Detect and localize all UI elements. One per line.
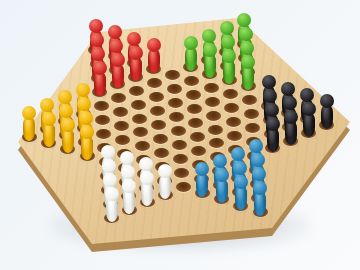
peg-head	[122, 179, 136, 193]
board-hole[interactable]	[172, 140, 187, 150]
peg-body	[235, 186, 247, 210]
board-hole[interactable]	[154, 148, 169, 158]
board-hole[interactable]	[147, 78, 162, 88]
peg-head	[231, 147, 245, 161]
board-hole[interactable]	[191, 146, 206, 156]
board-hole[interactable]	[115, 135, 130, 145]
peg-head	[203, 43, 217, 57]
photo-background	[0, 0, 360, 270]
board-hole[interactable]	[208, 125, 223, 135]
peg-head	[121, 165, 135, 179]
peg-red[interactable]	[110, 53, 126, 88]
board-hole[interactable]	[223, 89, 238, 99]
board-hole[interactable]	[168, 98, 183, 108]
peg-body	[94, 72, 106, 96]
peg-head	[249, 139, 263, 153]
peg-blue[interactable]	[252, 181, 268, 216]
board-hole[interactable]	[114, 121, 129, 131]
peg-yellow[interactable]	[60, 118, 76, 153]
peg-body	[303, 113, 315, 137]
peg-head	[320, 94, 334, 108]
peg-head	[220, 21, 234, 35]
board-hole[interactable]	[176, 182, 191, 192]
peg-head	[103, 173, 117, 187]
peg-head	[147, 38, 161, 52]
peg-body	[204, 54, 216, 78]
peg-head	[215, 168, 229, 182]
peg-head	[158, 164, 172, 178]
peg-head	[253, 181, 267, 195]
board-hole[interactable]	[204, 83, 219, 93]
peg-body	[62, 129, 74, 153]
board-hole[interactable]	[206, 111, 221, 121]
peg-head	[302, 102, 316, 116]
peg-blue[interactable]	[233, 175, 249, 210]
peg-yellow[interactable]	[21, 106, 37, 141]
peg-head	[22, 106, 36, 120]
board-hole[interactable]	[169, 112, 184, 122]
peg-body	[43, 123, 55, 147]
peg-head	[59, 104, 73, 118]
peg-green[interactable]	[240, 55, 256, 90]
peg-head	[93, 61, 107, 75]
peg-head	[102, 159, 116, 173]
peg-head	[251, 153, 265, 167]
peg-head	[284, 110, 298, 124]
peg-head	[127, 32, 141, 46]
board-hole[interactable]	[186, 90, 201, 100]
peg-head	[233, 161, 247, 175]
board-hole[interactable]	[149, 92, 164, 102]
peg-white[interactable]	[157, 164, 173, 199]
peg-head	[263, 89, 277, 103]
board-hole[interactable]	[188, 118, 203, 128]
board-hole[interactable]	[171, 126, 186, 136]
peg-body	[148, 49, 160, 73]
peg-body	[112, 64, 124, 88]
peg-body	[130, 57, 142, 81]
board-hole[interactable]	[150, 106, 165, 116]
peg-head	[89, 19, 103, 33]
board-hole[interactable]	[173, 154, 188, 164]
peg-head	[240, 41, 254, 55]
peg-body	[196, 173, 208, 197]
peg-head	[91, 47, 105, 61]
peg-head	[101, 145, 115, 159]
peg-black[interactable]	[319, 94, 335, 129]
board-hole[interactable]	[226, 117, 241, 127]
peg-head	[90, 33, 104, 47]
peg-green[interactable]	[221, 49, 237, 84]
board-hole[interactable]	[205, 97, 220, 107]
board-hole[interactable]	[190, 132, 205, 142]
peg-white[interactable]	[121, 179, 137, 214]
board-cells	[0, 0, 360, 270]
peg-head	[61, 118, 75, 132]
peg-head	[234, 175, 248, 189]
peg-body	[285, 121, 297, 145]
peg-head	[108, 25, 122, 39]
board-hole[interactable]	[94, 101, 109, 111]
board-hole[interactable]	[187, 104, 202, 114]
peg-yellow[interactable]	[79, 125, 95, 160]
peg-body	[123, 190, 135, 214]
peg-body	[254, 192, 266, 216]
peg-head	[120, 151, 134, 165]
peg-body	[321, 105, 333, 129]
board-hole[interactable]	[151, 120, 166, 130]
peg-body	[159, 175, 171, 199]
peg-body	[223, 60, 235, 84]
peg-head	[76, 83, 90, 97]
peg-body	[216, 179, 228, 203]
board-hole[interactable]	[95, 115, 110, 125]
peg-head	[252, 167, 266, 181]
peg-black[interactable]	[265, 117, 281, 152]
peg-red[interactable]	[92, 61, 108, 96]
peg-head	[42, 112, 56, 126]
board-hole[interactable]	[224, 103, 239, 113]
peg-head	[58, 90, 72, 104]
board-hole[interactable]	[209, 138, 224, 148]
peg-head	[79, 111, 93, 125]
peg-head	[80, 125, 94, 139]
peg-body	[81, 136, 93, 160]
peg-body	[23, 117, 35, 141]
peg-head	[239, 27, 253, 41]
board-hole[interactable]	[111, 93, 126, 103]
peg-head	[262, 75, 276, 89]
peg-head	[129, 46, 143, 60]
peg-head	[111, 53, 125, 67]
peg-head	[265, 103, 279, 117]
peg-blue[interactable]	[214, 168, 230, 203]
board-hole[interactable]	[244, 109, 259, 119]
peg-blue[interactable]	[194, 162, 210, 197]
board-hole[interactable]	[153, 134, 168, 144]
peg-yellow[interactable]	[41, 112, 57, 147]
board-hole[interactable]	[242, 95, 257, 105]
board-hole[interactable]	[245, 123, 260, 133]
peg-head	[300, 88, 314, 102]
board-hole[interactable]	[132, 114, 147, 124]
peg-body	[242, 66, 254, 90]
peg-head	[222, 49, 236, 63]
peg-head	[109, 39, 123, 53]
peg-head	[202, 29, 216, 43]
peg-head	[213, 154, 227, 168]
peg-head	[283, 96, 297, 110]
peg-body	[185, 47, 197, 71]
board-hole[interactable]	[113, 107, 128, 117]
board-hole[interactable]	[133, 127, 148, 137]
peg-head	[40, 98, 54, 112]
peg-red[interactable]	[128, 46, 144, 81]
board-hole[interactable]	[129, 86, 144, 96]
peg-head	[77, 97, 91, 111]
peg-black[interactable]	[301, 102, 317, 137]
board-hole[interactable]	[165, 70, 180, 80]
peg-head	[140, 171, 154, 185]
peg-head	[281, 82, 295, 96]
peg-body	[106, 198, 118, 222]
board-hole[interactable]	[174, 168, 189, 178]
peg-head	[221, 35, 235, 49]
peg-head	[195, 162, 209, 176]
peg-head	[105, 187, 119, 201]
board-hole[interactable]	[167, 84, 182, 94]
peg-white[interactable]	[139, 171, 155, 206]
peg-head	[241, 55, 255, 69]
peg-white[interactable]	[104, 187, 120, 222]
peg-head	[237, 13, 251, 27]
peg-red[interactable]	[146, 38, 162, 73]
peg-head	[266, 117, 280, 131]
peg-head	[139, 157, 153, 171]
board-hole[interactable]	[96, 129, 111, 139]
board-hole[interactable]	[135, 141, 150, 151]
board-hole[interactable]	[131, 100, 146, 110]
peg-body	[141, 182, 153, 206]
peg-body	[267, 128, 279, 152]
peg-green[interactable]	[183, 36, 199, 71]
board-hole[interactable]	[184, 76, 199, 86]
peg-black[interactable]	[283, 110, 299, 145]
peg-green[interactable]	[202, 43, 218, 78]
board-hole[interactable]	[227, 131, 242, 141]
